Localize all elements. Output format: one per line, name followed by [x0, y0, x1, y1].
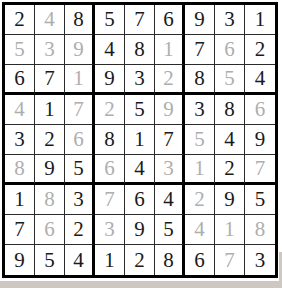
cell-r4c2[interactable]: 1 [35, 95, 65, 125]
cell-r8c9[interactable]: 8 [245, 215, 275, 245]
cell-r8c6[interactable]: 5 [155, 215, 185, 245]
cell-r2c1[interactable]: 5 [5, 35, 35, 65]
cell-r6c4[interactable]: 6 [95, 155, 125, 185]
cell-r9c4[interactable]: 1 [95, 245, 125, 275]
cell-r9c7[interactable]: 6 [185, 245, 215, 275]
cell-r2c9[interactable]: 2 [245, 35, 275, 65]
cell-r4c8[interactable]: 8 [215, 95, 245, 125]
cell-r3c1[interactable]: 6 [5, 65, 35, 95]
cell-r5c3[interactable]: 6 [65, 125, 95, 155]
cell-r4c1[interactable]: 4 [5, 95, 35, 125]
cell-r4c5[interactable]: 5 [125, 95, 155, 125]
cell-r7c1[interactable]: 1 [5, 185, 35, 215]
cell-r8c1[interactable]: 7 [5, 215, 35, 245]
cell-r5c1[interactable]: 3 [5, 125, 35, 155]
cell-r4c3[interactable]: 7 [65, 95, 95, 125]
cell-r3c3[interactable]: 1 [65, 65, 95, 95]
cell-r3c4[interactable]: 9 [95, 65, 125, 95]
cell-r6c5[interactable]: 4 [125, 155, 155, 185]
cell-r5c8[interactable]: 4 [215, 125, 245, 155]
cell-r8c5[interactable]: 9 [125, 215, 155, 245]
cell-r7c4[interactable]: 7 [95, 185, 125, 215]
cell-r7c6[interactable]: 4 [155, 185, 185, 215]
cell-r6c6[interactable]: 3 [155, 155, 185, 185]
cell-r2c8[interactable]: 6 [215, 35, 245, 65]
cell-r9c8[interactable]: 7 [215, 245, 245, 275]
cell-r8c2[interactable]: 6 [35, 215, 65, 245]
cell-r1c4[interactable]: 5 [95, 5, 125, 35]
cell-r3c9[interactable]: 4 [245, 65, 275, 95]
cell-r3c7[interactable]: 8 [185, 65, 215, 95]
cell-r6c1[interactable]: 8 [5, 155, 35, 185]
cell-r2c3[interactable]: 9 [65, 35, 95, 65]
cell-r5c9[interactable]: 9 [245, 125, 275, 155]
cell-r2c2[interactable]: 3 [35, 35, 65, 65]
cell-r7c2[interactable]: 8 [35, 185, 65, 215]
cell-r9c5[interactable]: 2 [125, 245, 155, 275]
cell-r2c6[interactable]: 1 [155, 35, 185, 65]
cell-r3c6[interactable]: 2 [155, 65, 185, 95]
cell-r1c6[interactable]: 6 [155, 5, 185, 35]
cell-r9c9[interactable]: 3 [245, 245, 275, 275]
cell-r9c2[interactable]: 5 [35, 245, 65, 275]
cell-r4c4[interactable]: 2 [95, 95, 125, 125]
cell-r8c3[interactable]: 2 [65, 215, 95, 245]
cell-r1c9[interactable]: 1 [245, 5, 275, 35]
cell-r1c3[interactable]: 8 [65, 5, 95, 35]
cell-r9c3[interactable]: 4 [65, 245, 95, 275]
cell-r1c1[interactable]: 2 [5, 5, 35, 35]
cell-r5c6[interactable]: 7 [155, 125, 185, 155]
page: 2485769315394817626719328544172593863268… [0, 0, 282, 288]
cell-r9c6[interactable]: 8 [155, 245, 185, 275]
cell-r5c7[interactable]: 5 [185, 125, 215, 155]
page-shadow-bottom [0, 281, 282, 288]
cell-r6c8[interactable]: 2 [215, 155, 245, 185]
cell-r2c7[interactable]: 7 [185, 35, 215, 65]
cell-r1c5[interactable]: 7 [125, 5, 155, 35]
cell-r1c7[interactable]: 9 [185, 5, 215, 35]
cell-r3c5[interactable]: 3 [125, 65, 155, 95]
cell-r7c8[interactable]: 9 [215, 185, 245, 215]
cell-r7c3[interactable]: 3 [65, 185, 95, 215]
cell-r2c4[interactable]: 4 [95, 35, 125, 65]
cell-r7c9[interactable]: 5 [245, 185, 275, 215]
cell-r1c8[interactable]: 3 [215, 5, 245, 35]
cell-r5c4[interactable]: 8 [95, 125, 125, 155]
cell-r8c4[interactable]: 3 [95, 215, 125, 245]
cell-r8c7[interactable]: 4 [185, 215, 215, 245]
cell-r6c7[interactable]: 1 [185, 155, 215, 185]
cell-r1c2[interactable]: 4 [35, 5, 65, 35]
cell-r3c8[interactable]: 5 [215, 65, 245, 95]
cell-r8c8[interactable]: 1 [215, 215, 245, 245]
cell-r3c2[interactable]: 7 [35, 65, 65, 95]
cell-r2c5[interactable]: 8 [125, 35, 155, 65]
cell-r6c3[interactable]: 5 [65, 155, 95, 185]
cell-r6c2[interactable]: 9 [35, 155, 65, 185]
cell-r9c1[interactable]: 9 [5, 245, 35, 275]
cell-r6c9[interactable]: 7 [245, 155, 275, 185]
cell-r7c5[interactable]: 6 [125, 185, 155, 215]
cell-r4c6[interactable]: 9 [155, 95, 185, 125]
cell-r5c2[interactable]: 2 [35, 125, 65, 155]
cell-r5c5[interactable]: 1 [125, 125, 155, 155]
cell-r4c9[interactable]: 6 [245, 95, 275, 125]
cell-r4c7[interactable]: 3 [185, 95, 215, 125]
cell-r7c7[interactable]: 2 [185, 185, 215, 215]
sudoku-board[interactable]: 2485769315394817626719328544172593863268… [2, 2, 278, 278]
